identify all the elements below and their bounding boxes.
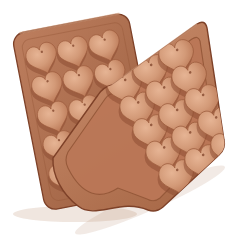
molds-illustration	[0, 0, 250, 250]
product-photo	[0, 0, 250, 250]
